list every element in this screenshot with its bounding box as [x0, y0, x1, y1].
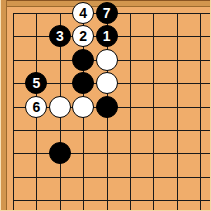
- stone-move-number: 3: [56, 29, 64, 43]
- stone-white: [96, 49, 118, 71]
- stone-black: [72, 49, 94, 71]
- stone-move-number: 1: [103, 29, 111, 43]
- stone-black-move-5: 5: [25, 72, 47, 94]
- stone-black: [72, 72, 94, 94]
- stone-white: [72, 96, 94, 118]
- stone-black: [96, 96, 118, 118]
- stone-white-move-2: 2: [72, 25, 94, 47]
- stone-black-move-7: 7: [96, 2, 118, 24]
- stone-move-number: 4: [79, 6, 87, 20]
- stone-white: [49, 96, 71, 118]
- stone-move-number: 2: [79, 29, 87, 43]
- image-edge-right: [210, 0, 211, 211]
- go-board: 4732156: [0, 0, 211, 211]
- stone-move-number: 5: [32, 76, 40, 90]
- stone-black-move-1: 1: [96, 25, 118, 47]
- stone-move-number: 7: [103, 6, 111, 20]
- stone-white-move-6: 6: [25, 96, 47, 118]
- stone-black: [49, 142, 71, 164]
- image-edge-bottom: [0, 210, 211, 211]
- stones-layer: 4732156: [0, 0, 211, 211]
- stone-white-move-4: 4: [72, 2, 94, 24]
- stone-move-number: 6: [32, 100, 40, 114]
- stone-white: [96, 72, 118, 94]
- stone-black-move-3: 3: [49, 25, 71, 47]
